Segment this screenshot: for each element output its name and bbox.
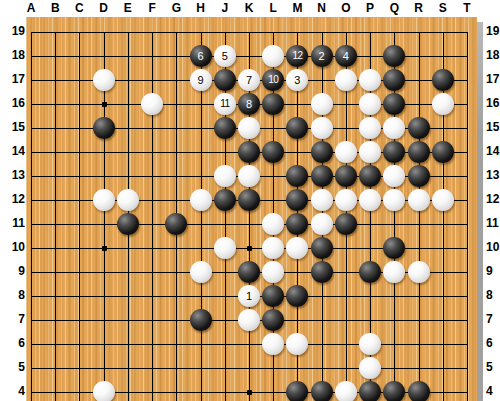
stone-black-M15[interactable]: [286, 117, 308, 139]
stone-black-M12[interactable]: [286, 189, 308, 211]
stone-white-K13[interactable]: [238, 165, 260, 187]
stone-black-G11[interactable]: [165, 213, 187, 235]
stone-white-P12[interactable]: [359, 189, 381, 211]
row-label-right-11: 11: [486, 216, 500, 231]
col-label-B: B: [43, 1, 67, 16]
row-label-left-7: 7: [0, 312, 25, 327]
stone-white-Q15[interactable]: [383, 117, 405, 139]
move-number: 2: [319, 51, 325, 62]
stone-black-J12[interactable]: [214, 189, 236, 211]
col-label-G: G: [164, 1, 188, 16]
stone-black-N18[interactable]: 2: [311, 45, 333, 67]
col-label-D: D: [92, 1, 116, 16]
stone-black-O11[interactable]: [335, 213, 357, 235]
stone-black-Q18[interactable]: [383, 45, 405, 67]
row-label-left-9: 9: [0, 264, 25, 279]
stone-white-J16[interactable]: 11: [214, 93, 236, 115]
stone-black-P4[interactable]: [359, 381, 381, 401]
stone-black-Q10[interactable]: [383, 237, 405, 259]
stone-black-P9[interactable]: [359, 261, 381, 283]
stone-white-Q9[interactable]: [383, 261, 405, 283]
col-label-H: H: [189, 1, 213, 16]
stone-black-R4[interactable]: [408, 381, 430, 401]
stone-white-K8[interactable]: 1: [238, 285, 260, 307]
stone-black-L8[interactable]: [262, 285, 284, 307]
grid-line-vertical: [467, 32, 468, 401]
move-number: 1: [246, 291, 252, 302]
stone-black-D15[interactable]: [93, 117, 115, 139]
row-label-left-11: 11: [0, 216, 25, 231]
stone-black-O18[interactable]: 4: [335, 45, 357, 67]
stone-white-H9[interactable]: [190, 261, 212, 283]
stone-white-H17[interactable]: 9: [190, 69, 212, 91]
row-label-left-16: 16: [0, 96, 25, 111]
row-label-right-13: 13: [486, 168, 500, 183]
grid-line-vertical: [31, 32, 32, 401]
col-label-S: S: [431, 1, 455, 16]
stone-white-P16[interactable]: [359, 93, 381, 115]
stone-black-N13[interactable]: [311, 165, 333, 187]
stone-white-D12[interactable]: [93, 189, 115, 211]
row-label-left-18: 18: [0, 48, 25, 63]
col-label-P: P: [358, 1, 382, 16]
stone-white-J18[interactable]: 5: [214, 45, 236, 67]
move-number: 3: [294, 75, 300, 86]
stone-white-M17[interactable]: 3: [286, 69, 308, 91]
row-label-left-14: 14: [0, 144, 25, 159]
row-label-right-6: 6: [486, 336, 500, 351]
row-label-right-5: 5: [486, 360, 500, 375]
stone-white-P5[interactable]: [359, 357, 381, 379]
move-number: 11: [220, 99, 229, 109]
stone-black-L14[interactable]: [262, 141, 284, 163]
stone-white-N15[interactable]: [311, 117, 333, 139]
grid-line-horizontal: [31, 224, 468, 225]
row-label-left-6: 6: [0, 336, 25, 351]
stone-black-M13[interactable]: [286, 165, 308, 187]
stone-black-J15[interactable]: [214, 117, 236, 139]
stone-white-M10[interactable]: [286, 237, 308, 259]
stone-white-N12[interactable]: [311, 189, 333, 211]
stone-black-R15[interactable]: [408, 117, 430, 139]
stone-black-Q4[interactable]: [383, 381, 405, 401]
grid-line-horizontal: [31, 344, 468, 345]
stone-black-N14[interactable]: [311, 141, 333, 163]
stone-white-M6[interactable]: [286, 333, 308, 355]
move-number: 10: [268, 75, 278, 85]
row-label-left-19: 19: [0, 24, 25, 39]
stone-black-R14[interactable]: [408, 141, 430, 163]
stone-white-D4[interactable]: [93, 381, 115, 401]
grid-line-vertical: [79, 32, 80, 401]
stone-white-L9[interactable]: [262, 261, 284, 283]
stone-white-O17[interactable]: [335, 69, 357, 91]
stone-white-S16[interactable]: [432, 93, 454, 115]
row-label-left-4: 4: [0, 384, 25, 399]
star-point-D10: [102, 246, 107, 251]
stone-black-L7[interactable]: [262, 309, 284, 331]
row-label-right-15: 15: [486, 120, 500, 135]
stone-black-J17[interactable]: [214, 69, 236, 91]
grid-line-vertical: [55, 32, 56, 401]
grid-line-horizontal: [31, 32, 468, 33]
go-board-screen: ABCDEFGHJKLMNOPQRST 19181716151413121110…: [0, 0, 500, 401]
star-point-K4: [247, 390, 252, 395]
col-label-A: A: [19, 1, 43, 16]
col-label-E: E: [116, 1, 140, 16]
stone-black-K14[interactable]: [238, 141, 260, 163]
move-number: 12: [292, 51, 302, 61]
col-label-N: N: [310, 1, 334, 16]
stone-black-Q16[interactable]: [383, 93, 405, 115]
stone-black-N9[interactable]: [311, 261, 333, 283]
stone-black-N4[interactable]: [311, 381, 333, 401]
col-label-Q: Q: [382, 1, 406, 16]
move-number: 8: [246, 99, 252, 110]
col-label-O: O: [334, 1, 358, 16]
row-label-left-15: 15: [0, 120, 25, 135]
move-number: 9: [197, 75, 203, 86]
stone-white-N16[interactable]: [311, 93, 333, 115]
stone-white-P6[interactable]: [359, 333, 381, 355]
row-label-left-17: 17: [0, 72, 25, 87]
stone-black-N10[interactable]: [311, 237, 333, 259]
stone-white-L10[interactable]: [262, 237, 284, 259]
stone-black-K12[interactable]: [238, 189, 260, 211]
stone-black-Q17[interactable]: [383, 69, 405, 91]
stone-black-L16[interactable]: [262, 93, 284, 115]
stone-black-M18[interactable]: 12: [286, 45, 308, 67]
stone-black-M4[interactable]: [286, 381, 308, 401]
row-label-left-8: 8: [0, 288, 25, 303]
stone-white-H12[interactable]: [190, 189, 212, 211]
stone-black-O13[interactable]: [335, 165, 357, 187]
stone-white-D17[interactable]: [93, 69, 115, 91]
stone-white-O12[interactable]: [335, 189, 357, 211]
stone-white-R9[interactable]: [408, 261, 430, 283]
stone-white-L18[interactable]: [262, 45, 284, 67]
row-label-right-16: 16: [486, 96, 500, 111]
stone-black-K9[interactable]: [238, 261, 260, 283]
stone-black-R13[interactable]: [408, 165, 430, 187]
star-point-K10: [247, 246, 252, 251]
grid-line-horizontal: [31, 368, 468, 369]
go-board[interactable]: 651224971031181: [26, 17, 477, 401]
row-label-left-12: 12: [0, 192, 25, 207]
stone-black-S17[interactable]: [432, 69, 454, 91]
row-label-right-9: 9: [486, 264, 500, 279]
row-label-right-12: 12: [486, 192, 500, 207]
col-label-J: J: [213, 1, 237, 16]
stone-white-N11[interactable]: [311, 213, 333, 235]
stone-white-E12[interactable]: [117, 189, 139, 211]
stone-white-J10[interactable]: [214, 237, 236, 259]
move-number: 7: [246, 75, 252, 86]
stone-white-F16[interactable]: [141, 93, 163, 115]
col-label-R: R: [407, 1, 431, 16]
col-label-M: M: [285, 1, 309, 16]
row-label-right-14: 14: [486, 144, 500, 159]
col-label-K: K: [237, 1, 261, 16]
stone-white-J13[interactable]: [214, 165, 236, 187]
row-label-left-13: 13: [0, 168, 25, 183]
move-number: 5: [222, 51, 228, 62]
stone-white-Q13[interactable]: [383, 165, 405, 187]
col-label-L: L: [261, 1, 285, 16]
stone-white-P14[interactable]: [359, 141, 381, 163]
star-point-D16: [102, 102, 107, 107]
row-label-right-18: 18: [486, 48, 500, 63]
stone-white-R12[interactable]: [408, 189, 430, 211]
stone-black-H18[interactable]: 6: [190, 45, 212, 67]
row-label-right-19: 19: [486, 24, 500, 39]
stone-black-M11[interactable]: [286, 213, 308, 235]
stone-white-K15[interactable]: [238, 117, 260, 139]
stone-white-S12[interactable]: [432, 189, 454, 211]
row-label-right-10: 10: [486, 240, 500, 255]
col-label-C: C: [67, 1, 91, 16]
move-number: 4: [343, 51, 349, 62]
grid-line-vertical: [419, 32, 420, 401]
stone-white-P15[interactable]: [359, 117, 381, 139]
stone-white-P17[interactable]: [359, 69, 381, 91]
col-label-F: F: [140, 1, 164, 16]
stone-white-K17[interactable]: 7: [238, 69, 260, 91]
stone-white-O14[interactable]: [335, 141, 357, 163]
row-label-left-5: 5: [0, 360, 25, 375]
board-shadow: [477, 22, 483, 401]
stone-black-M8[interactable]: [286, 285, 308, 307]
stone-black-L17[interactable]: 10: [262, 69, 284, 91]
row-label-right-17: 17: [486, 72, 500, 87]
stone-white-K7[interactable]: [238, 309, 260, 331]
stone-black-Q14[interactable]: [383, 141, 405, 163]
grid-line-vertical: [152, 32, 153, 401]
stone-white-Q12[interactable]: [383, 189, 405, 211]
stone-black-E11[interactable]: [117, 213, 139, 235]
row-label-right-4: 4: [486, 384, 500, 399]
col-label-T: T: [455, 1, 479, 16]
row-label-left-10: 10: [0, 240, 25, 255]
stone-white-O4[interactable]: [335, 381, 357, 401]
stone-black-P13[interactable]: [359, 165, 381, 187]
stone-black-H7[interactable]: [190, 309, 212, 331]
stone-white-L6[interactable]: [262, 333, 284, 355]
row-label-right-8: 8: [486, 288, 500, 303]
stone-white-L11[interactable]: [262, 213, 284, 235]
stone-black-S14[interactable]: [432, 141, 454, 163]
stone-black-K16[interactable]: 8: [238, 93, 260, 115]
row-label-right-7: 7: [486, 312, 500, 327]
move-number: 6: [197, 51, 203, 62]
